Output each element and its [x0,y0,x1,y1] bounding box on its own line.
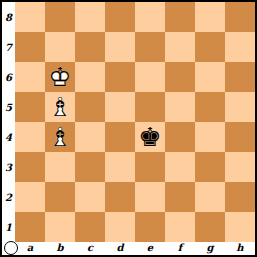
square-b5[interactable]: ♝♗ [45,92,75,122]
square-h3[interactable] [225,152,255,182]
square-a7[interactable] [15,32,45,62]
square-b4[interactable]: ♝♗ [45,122,75,152]
square-b7[interactable] [45,32,75,62]
square-c4[interactable] [75,122,105,152]
rank-label-5: 5 [2,92,15,122]
white-bishop-b5[interactable]: ♝♗ [45,92,75,122]
board: ♚♔♝♗♝♗♚ [15,2,255,242]
square-d3[interactable] [105,152,135,182]
square-d7[interactable] [105,32,135,62]
file-label-c: c [75,242,105,255]
rank-label-4: 4 [2,122,15,152]
rank-label-8: 8 [2,2,15,32]
file-label-e: e [135,242,165,255]
white-bishop-icon: ♗ [45,92,75,122]
square-e4[interactable]: ♚ [135,122,165,152]
square-e3[interactable] [135,152,165,182]
square-g5[interactable] [195,92,225,122]
square-g4[interactable] [195,122,225,152]
black-king-icon: ♚ [135,122,165,152]
rank-label-1: 1 [2,212,15,242]
white-king-b6[interactable]: ♚♔ [45,62,75,92]
square-f2[interactable] [165,182,195,212]
square-d4[interactable] [105,122,135,152]
square-a5[interactable] [15,92,45,122]
square-c8[interactable] [75,2,105,32]
white-to-move-indicator [4,241,18,255]
rank-label-3: 3 [2,152,15,182]
square-h5[interactable] [225,92,255,122]
rank-labels: 87654321 [2,2,15,242]
square-b6[interactable]: ♚♔ [45,62,75,92]
rank-label-2: 2 [2,182,15,212]
square-a4[interactable] [15,122,45,152]
square-h6[interactable] [225,62,255,92]
square-f8[interactable] [165,2,195,32]
file-label-g: g [195,242,225,255]
square-g2[interactable] [195,182,225,212]
white-bishop-icon: ♗ [45,122,75,152]
square-b3[interactable] [45,152,75,182]
square-e7[interactable] [135,32,165,62]
square-b1[interactable] [45,212,75,242]
square-b2[interactable] [45,182,75,212]
square-d8[interactable] [105,2,135,32]
rank-label-6: 6 [2,62,15,92]
square-c6[interactable] [75,62,105,92]
square-e2[interactable] [135,182,165,212]
square-g8[interactable] [195,2,225,32]
square-a6[interactable] [15,62,45,92]
square-c5[interactable] [75,92,105,122]
square-a2[interactable] [15,182,45,212]
white-king-icon: ♔ [45,62,75,92]
square-f3[interactable] [165,152,195,182]
file-label-b: b [45,242,75,255]
square-f4[interactable] [165,122,195,152]
square-f6[interactable] [165,62,195,92]
square-d2[interactable] [105,182,135,212]
square-a3[interactable] [15,152,45,182]
square-h4[interactable] [225,122,255,152]
square-h2[interactable] [225,182,255,212]
file-labels: abcdefgh [15,242,255,255]
square-g6[interactable] [195,62,225,92]
rank-label-7: 7 [2,32,15,62]
square-h8[interactable] [225,2,255,32]
square-g1[interactable] [195,212,225,242]
square-b8[interactable] [45,2,75,32]
white-bishop-b4[interactable]: ♝♗ [45,122,75,152]
square-a8[interactable] [15,2,45,32]
black-king-e4[interactable]: ♚ [135,122,165,152]
square-c1[interactable] [75,212,105,242]
square-e1[interactable] [135,212,165,242]
chess-diagram: 87654321 ♚♔♝♗♝♗♚ abcdefgh [0,0,257,257]
square-f1[interactable] [165,212,195,242]
square-h1[interactable] [225,212,255,242]
square-d1[interactable] [105,212,135,242]
square-f7[interactable] [165,32,195,62]
square-g3[interactable] [195,152,225,182]
square-c3[interactable] [75,152,105,182]
square-d6[interactable] [105,62,135,92]
square-g7[interactable] [195,32,225,62]
square-c7[interactable] [75,32,105,62]
file-label-h: h [225,242,255,255]
square-e5[interactable] [135,92,165,122]
file-label-f: f [165,242,195,255]
square-h7[interactable] [225,32,255,62]
square-e6[interactable] [135,62,165,92]
square-a1[interactable] [15,212,45,242]
square-f5[interactable] [165,92,195,122]
square-c2[interactable] [75,182,105,212]
square-d5[interactable] [105,92,135,122]
file-label-a: a [15,242,45,255]
square-e8[interactable] [135,2,165,32]
file-label-d: d [105,242,135,255]
